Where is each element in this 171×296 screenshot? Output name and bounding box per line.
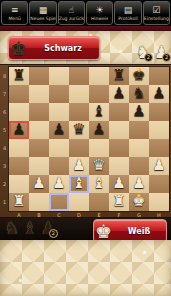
bottom-player-bar: ♞♝♟2 ♚ Weiß — [0, 218, 171, 240]
square-c7[interactable] — [49, 85, 69, 103]
captured-white-knight: ♞2 — [136, 43, 151, 62]
square-a2[interactable] — [9, 175, 29, 193]
toolbar-button-label: Protokoll — [118, 16, 137, 22]
king-crown-marker — [137, 194, 141, 198]
square-d4[interactable] — [69, 139, 89, 157]
square-c6[interactable] — [49, 103, 69, 121]
piece-white-pawn: ♟ — [132, 175, 145, 192]
square-b6[interactable] — [29, 103, 49, 121]
captured-count-badge: 2 — [49, 229, 58, 238]
square-f8[interactable]: ♜ — [109, 67, 129, 85]
square-b1[interactable] — [29, 193, 49, 211]
square-g4[interactable] — [129, 139, 149, 157]
square-h8[interactable] — [149, 67, 169, 85]
toolbar-button-label: Neues Spiel — [30, 16, 55, 22]
toolbar-button-einstellung[interactable]: ☑Einstellung — [143, 1, 170, 25]
piece-white-pawn: ♟ — [52, 175, 65, 192]
king-crown-marker — [137, 68, 141, 72]
square-e3[interactable]: ♛ — [89, 157, 109, 175]
toolbar-button-label: Einstellung — [144, 16, 169, 22]
square-e2[interactable]: ♝ — [89, 175, 109, 193]
square-c5[interactable]: ♟ — [49, 121, 69, 139]
piece-white-pawn: ♟ — [152, 157, 165, 174]
piece-white-bishop: ♝ — [72, 175, 85, 192]
square-d8[interactable] — [69, 67, 89, 85]
square-f3[interactable] — [109, 157, 129, 175]
square-g6[interactable]: ♟ — [129, 103, 149, 121]
sparkle-decoration — [142, 250, 147, 255]
hint-lamp-icon: ☀ — [96, 5, 104, 16]
square-d3[interactable]: ♟ — [69, 157, 89, 175]
piece-black-pawn: ♟ — [12, 121, 25, 138]
square-a3[interactable] — [9, 157, 29, 175]
white-captured-tray: ♞♝♟2 — [4, 220, 56, 238]
square-f2[interactable]: ♟ — [109, 175, 129, 193]
square-b8[interactable] — [29, 67, 49, 85]
square-h6[interactable] — [149, 103, 169, 121]
piece-black-rook: ♜ — [12, 67, 25, 84]
black-knight-icon: ♞ — [4, 218, 19, 238]
square-h1[interactable] — [149, 193, 169, 211]
captured-black-pawn: ♟2 — [41, 219, 56, 238]
settings-icon: ☑ — [152, 5, 160, 16]
rank-label-7: 7 — [0, 91, 9, 97]
toolbar-button-hinweis[interactable]: ☀Hinweis — [86, 1, 113, 25]
square-g2[interactable]: ♟ — [129, 175, 149, 193]
square-a5[interactable]: ♟ — [9, 121, 29, 139]
square-e4[interactable] — [89, 139, 109, 157]
square-h4[interactable] — [149, 139, 169, 157]
square-c2[interactable]: ♟ — [49, 175, 69, 193]
square-d2[interactable]: ♝ — [69, 175, 89, 193]
sparkle-decoration — [18, 278, 23, 283]
rank-label-6: 6 — [0, 109, 9, 115]
captured-count-badge: 2 — [162, 53, 171, 62]
board: ♜♜♚♟♞♟♝♟♟♟♛♟♟♛♟♟♟♝♝♟♟♜♜♚ 87654321 ABCDEF… — [0, 64, 171, 218]
toolbar-button-label: Menü — [8, 16, 20, 22]
square-a8[interactable]: ♜ — [9, 67, 29, 85]
black-king-icon: ♚ — [10, 39, 27, 58]
piece-black-pawn: ♟ — [92, 121, 105, 138]
black-player-name: Schwarz — [27, 44, 99, 53]
captured-white-pawn: ♟2 — [154, 43, 169, 62]
square-e7[interactable] — [89, 85, 109, 103]
square-f6[interactable] — [109, 103, 129, 121]
captured-black-bishop: ♝ — [22, 219, 37, 238]
white-player-name: Weiß — [112, 227, 166, 236]
square-f7[interactable]: ♟ — [109, 85, 129, 103]
log-icon: ▤ — [124, 5, 133, 16]
square-h2[interactable] — [149, 175, 169, 193]
captured-black-knight: ♞ — [4, 219, 19, 238]
square-b2[interactable]: ♟ — [29, 175, 49, 193]
square-c8[interactable] — [49, 67, 69, 85]
menu-icon: ≡ — [11, 5, 19, 16]
piece-black-pawn: ♟ — [152, 85, 165, 102]
square-f5[interactable] — [109, 121, 129, 139]
black-captured-tray: ♞2♟2 — [136, 38, 170, 62]
square-b3[interactable] — [29, 157, 49, 175]
square-g1[interactable]: ♚ — [129, 193, 149, 211]
square-a1[interactable]: ♜ — [9, 193, 29, 211]
square-f4[interactable] — [109, 139, 129, 157]
piece-white-pawn: ♟ — [32, 175, 45, 192]
chess-app: ≡Menü▦Neues Spiel☝Zug zurücknehmen☀Hinwe… — [0, 0, 171, 296]
piece-white-rook: ♜ — [112, 193, 125, 210]
piece-black-pawn: ♟ — [52, 121, 65, 138]
piece-white-bishop: ♝ — [92, 175, 105, 192]
toolbar: ≡Menü▦Neues Spiel☝Zug zurücknehmen☀Hinwe… — [0, 0, 171, 26]
rank-label-8: 8 — [0, 73, 9, 79]
toolbar-button-label: Hinweis — [91, 16, 109, 22]
square-f1[interactable]: ♜ — [109, 193, 129, 211]
white-king-icon: ♚ — [95, 222, 112, 241]
piece-white-rook: ♜ — [12, 193, 25, 210]
bottom-decor-area — [0, 240, 171, 296]
rank-label-4: 4 — [0, 145, 9, 151]
square-d1[interactable] — [69, 193, 89, 211]
undo-hand-icon: ☝ — [69, 5, 74, 16]
square-g8[interactable]: ♚ — [129, 67, 149, 85]
piece-white-pawn: ♟ — [112, 175, 125, 192]
square-b4[interactable] — [29, 139, 49, 157]
square-e1[interactable] — [89, 193, 109, 211]
square-e5[interactable]: ♟ — [89, 121, 109, 139]
square-g5[interactable] — [129, 121, 149, 139]
rank-label-5: 5 — [0, 127, 9, 133]
square-g7[interactable]: ♞ — [129, 85, 149, 103]
piece-white-queen: ♛ — [92, 157, 105, 174]
piece-black-pawn: ♟ — [112, 85, 125, 102]
black-bishop-icon: ♝ — [22, 218, 37, 238]
square-e6[interactable]: ♝ — [89, 103, 109, 121]
piece-black-knight: ♞ — [132, 85, 145, 102]
captured-count-badge: 2 — [144, 53, 153, 62]
square-c1[interactable] — [49, 193, 69, 211]
toolbar-button-zug-zur-cknehmen[interactable]: ☝Zug zurücknehmen — [58, 1, 85, 25]
square-a4[interactable] — [9, 139, 29, 157]
square-b5[interactable] — [29, 121, 49, 139]
square-d5[interactable]: ♛ — [69, 121, 89, 139]
toolbar-button-label: Zug zurücknehmen — [59, 16, 84, 22]
piece-black-pawn: ♟ — [132, 103, 145, 120]
new-game-icon: ▦ — [39, 5, 48, 16]
black-player-badge: ♚ Schwarz — [8, 36, 100, 60]
square-h3[interactable]: ♟ — [149, 157, 169, 175]
square-g3[interactable] — [129, 157, 149, 175]
piece-white-pawn: ♟ — [72, 157, 85, 174]
rank-label-3: 3 — [0, 163, 9, 169]
rank-label-1: 1 — [0, 199, 9, 205]
square-e8[interactable] — [89, 67, 109, 85]
board-squares: ♜♜♚♟♞♟♝♟♟♟♛♟♟♛♟♟♟♝♝♟♟♜♜♚ — [9, 67, 169, 211]
sparkle-decoration — [118, 49, 123, 54]
toolbar-button-neues-spiel[interactable]: ▦Neues Spiel — [29, 1, 56, 25]
square-c3[interactable] — [49, 157, 69, 175]
square-a7[interactable] — [9, 85, 29, 103]
piece-black-rook: ♜ — [112, 67, 125, 84]
square-b7[interactable] — [29, 85, 49, 103]
square-c4[interactable] — [49, 139, 69, 157]
square-h5[interactable] — [149, 121, 169, 139]
square-d7[interactable] — [69, 85, 89, 103]
rank-label-2: 2 — [0, 181, 9, 187]
square-d6[interactable] — [69, 103, 89, 121]
square-h7[interactable]: ♟ — [149, 85, 169, 103]
piece-black-bishop: ♝ — [92, 103, 105, 120]
toolbar-button-protokoll[interactable]: ▤Protokoll — [114, 1, 141, 25]
piece-black-queen: ♛ — [72, 121, 85, 138]
square-a6[interactable] — [9, 103, 29, 121]
toolbar-button-men[interactable]: ≡Menü — [1, 1, 28, 25]
